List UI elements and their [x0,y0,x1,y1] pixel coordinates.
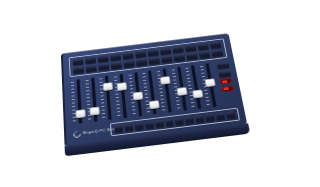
bottom-row-button[interactable] [216,112,225,120]
bottom-row-button[interactable] [145,121,154,129]
top-grid-button[interactable] [73,66,84,74]
top-grid-button[interactable] [174,54,186,62]
console-top-panel: MagicQ PC Wing [61,33,247,146]
bottom-row-button[interactable] [185,116,194,124]
top-grid-button[interactable] [197,43,209,51]
page-led-display [220,78,233,85]
bottom-row-button[interactable] [195,115,204,123]
page-button[interactable] [217,62,230,69]
fader-cap[interactable] [117,82,128,91]
bottom-row-button[interactable] [206,113,215,121]
top-grid-button[interactable] [185,44,197,52]
bottom-row-button[interactable] [155,120,164,128]
top-grid-button[interactable] [211,49,223,57]
top-grid-button[interactable] [98,63,109,71]
top-grid-button[interactable] [110,54,121,62]
fader-cap[interactable] [133,91,144,100]
fader-wing-console: MagicQ PC Wing [61,33,247,146]
brand-swoosh-icon [72,129,82,138]
top-grid-button[interactable] [86,65,97,73]
top-grid-button[interactable] [186,52,198,60]
top-grid-button[interactable] [210,41,222,49]
logo: MagicQ PC Wing [72,124,108,141]
fader-2[interactable] [84,77,100,122]
bottom-row-button[interactable] [114,125,123,133]
page-button[interactable] [218,70,231,77]
bottom-row-button[interactable] [175,117,184,125]
top-grid-button[interactable] [172,46,184,54]
fader-cap[interactable] [148,100,159,109]
top-grid-button[interactable] [160,47,171,55]
fader-cap[interactable] [160,76,171,85]
bottom-row-button[interactable] [135,122,144,130]
page-led-display [221,85,234,92]
fader-cap[interactable] [177,87,188,96]
top-grid-button[interactable] [148,57,160,65]
top-grid-button[interactable] [147,49,158,57]
top-grid-button[interactable] [136,59,147,67]
top-grid-button[interactable] [85,57,96,65]
fader-cap[interactable] [75,109,86,118]
top-grid-button[interactable] [73,58,84,66]
top-grid-button[interactable] [98,55,109,63]
top-grid-button[interactable] [135,50,146,58]
top-grid-button[interactable] [199,51,211,59]
fader-cap[interactable] [205,79,216,88]
fader-cap[interactable] [192,89,203,98]
top-grid-button[interactable] [111,62,122,70]
top-grid-button[interactable] [161,55,173,63]
bottom-row-button[interactable] [165,118,174,126]
fader-1[interactable] [70,79,85,124]
fader-cap[interactable] [89,106,100,115]
bottom-row-button[interactable] [124,123,133,131]
bottom-row-button[interactable] [226,111,236,119]
fader-track [120,74,127,118]
top-grid-button[interactable] [123,52,134,60]
fader-cap[interactable] [102,82,113,91]
top-grid-button[interactable] [123,60,134,68]
